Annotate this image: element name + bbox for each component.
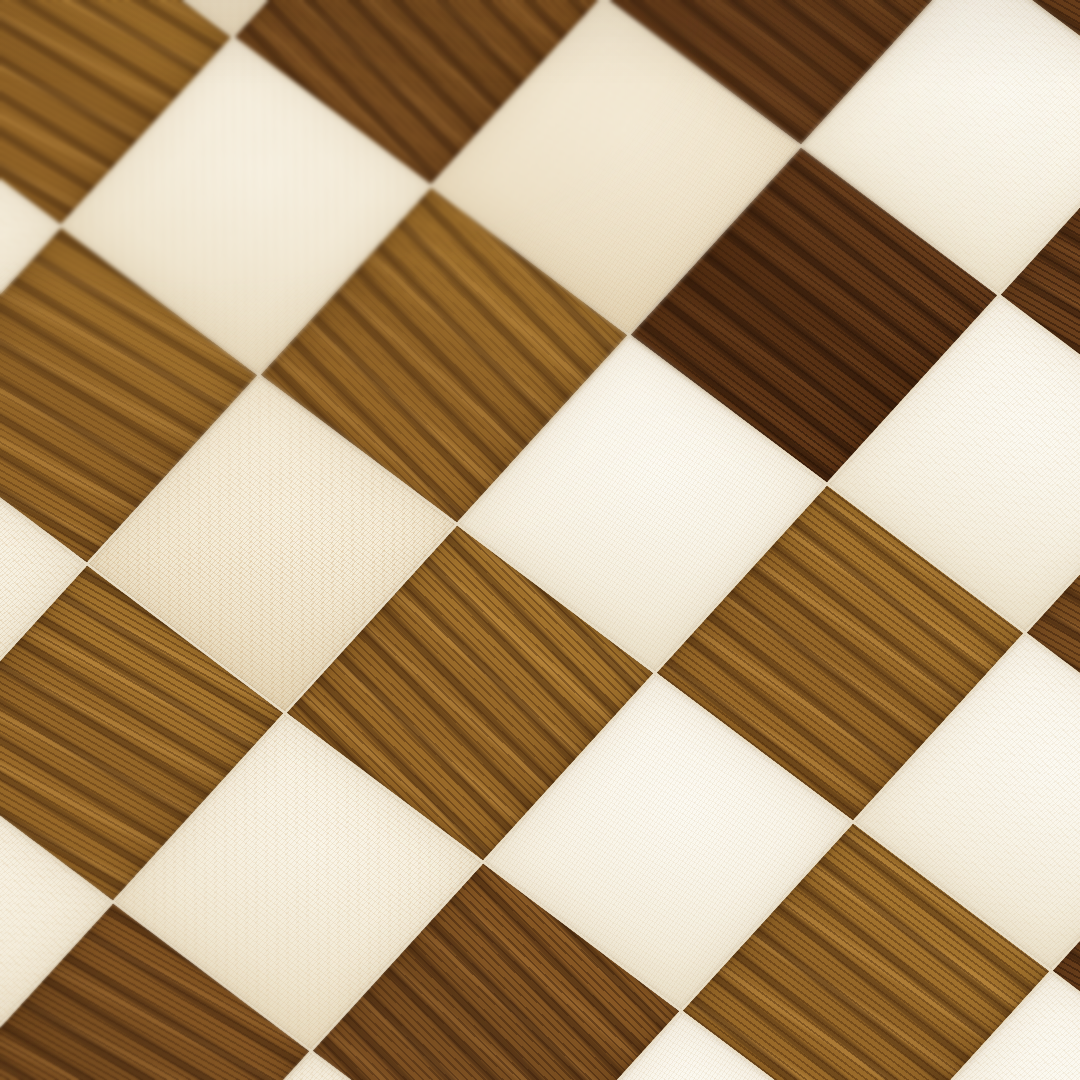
- chessboard-photo-crop: [0, 0, 1080, 1080]
- chessboard: [0, 0, 1080, 1080]
